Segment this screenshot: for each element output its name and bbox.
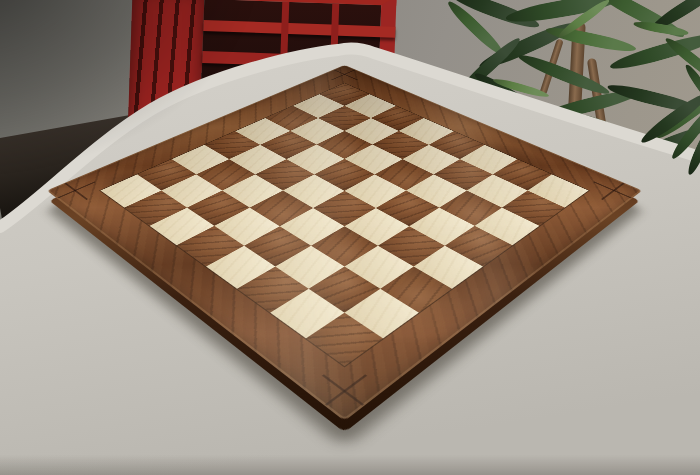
chessboard-face <box>47 65 642 421</box>
board-grid[interactable] <box>101 83 589 366</box>
chessboard[interactable] <box>134 0 555 401</box>
photo-scene <box>0 0 700 475</box>
